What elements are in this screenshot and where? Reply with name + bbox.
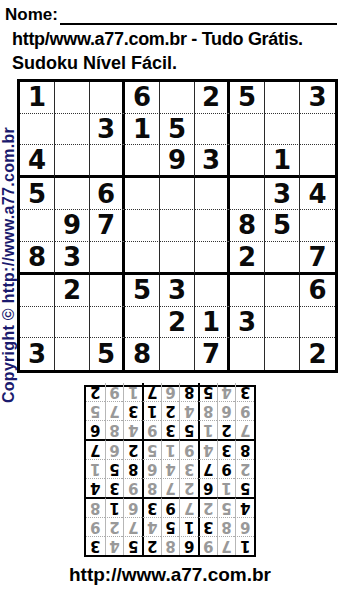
sudoku-grid: 162533154931563497858327253621335872 bbox=[17, 79, 338, 373]
solution-cell-r5c2: 9 bbox=[217, 459, 236, 478]
solution-cell-r6c8: 6 bbox=[105, 439, 124, 459]
solution-cell-r4c1: 5 bbox=[235, 478, 254, 497]
puzzle-cell-r7c9: 6 bbox=[300, 275, 335, 307]
puzzle-cell-r6c1: 8 bbox=[20, 242, 55, 275]
solution-cell-r6c4: 9 bbox=[179, 439, 198, 459]
solution-cell-r5c8: 5 bbox=[105, 459, 124, 478]
solution-cell-r5c9: 1 bbox=[86, 459, 105, 478]
solution-cell-r7c3: 1 bbox=[198, 420, 217, 439]
puzzle-cell-r8c8 bbox=[265, 307, 300, 339]
solution-cell-r7c1: 7 bbox=[235, 420, 254, 439]
puzzle-cell-r2c8 bbox=[265, 114, 300, 146]
puzzle-cell-r8c1 bbox=[20, 307, 55, 339]
puzzle-cell-r5c2: 9 bbox=[55, 210, 90, 242]
puzzle-cell-r5c8: 5 bbox=[265, 210, 300, 242]
site-title: http/www.a77.com.br - Tudo Grátis. bbox=[12, 29, 303, 50]
puzzle-cell-r5c4 bbox=[125, 210, 160, 242]
puzzle-cell-r1c6: 2 bbox=[195, 82, 230, 114]
solution-cell-r3c1: 4 bbox=[235, 497, 254, 517]
solution-cell-r2c7: 7 bbox=[123, 517, 142, 536]
solution-cell-r7c5: 3 bbox=[161, 420, 180, 439]
puzzle-cell-r7c2: 2 bbox=[55, 275, 90, 307]
puzzle-cell-r9c1: 3 bbox=[20, 338, 55, 370]
solution-cell-r5c1: 2 bbox=[235, 459, 254, 478]
puzzle-cell-r6c8 bbox=[265, 242, 300, 275]
solution-cell-r7c7: 4 bbox=[123, 420, 142, 439]
solution-cell-r2c6: 4 bbox=[142, 517, 161, 536]
puzzle-cell-r2c7 bbox=[230, 114, 265, 146]
solution-cell-r1c9: 3 bbox=[86, 536, 105, 555]
name-label: Nome: bbox=[5, 5, 58, 25]
puzzle-cell-r1c1: 1 bbox=[20, 82, 55, 114]
solution-cell-r9c4: 8 bbox=[179, 383, 198, 401]
puzzle-cell-r4c1: 5 bbox=[20, 178, 55, 210]
solution-cell-r8c9: 5 bbox=[86, 401, 105, 420]
solution-cell-r9c3: 5 bbox=[198, 383, 217, 401]
puzzle-cell-r1c3 bbox=[90, 82, 125, 114]
puzzle-cell-r6c9: 7 bbox=[300, 242, 335, 275]
puzzle-cell-r5c6 bbox=[195, 210, 230, 242]
solution-cell-r2c1: 6 bbox=[235, 517, 254, 536]
solution-cell-r7c6: 9 bbox=[142, 420, 161, 439]
puzzle-cell-r3c6: 3 bbox=[195, 145, 230, 178]
puzzle-cell-r8c7: 3 bbox=[230, 307, 265, 339]
solution-cell-r3c4: 7 bbox=[179, 497, 198, 517]
solution-cell-r4c9: 4 bbox=[86, 478, 105, 497]
puzzle-cell-r2c1 bbox=[20, 114, 55, 146]
name-row: Nome: bbox=[5, 5, 337, 25]
solution-cell-r1c5: 8 bbox=[161, 536, 180, 555]
puzzle-cell-r3c4 bbox=[125, 145, 160, 178]
solution-cell-r6c1: 8 bbox=[235, 439, 254, 459]
puzzle-cell-r4c7 bbox=[230, 178, 265, 210]
puzzle-cell-r3c1: 4 bbox=[20, 145, 55, 178]
solution-cell-r3c2: 5 bbox=[217, 497, 236, 517]
solution-cell-r6c3: 4 bbox=[198, 439, 217, 459]
puzzle-cell-r6c4 bbox=[125, 242, 160, 275]
solution-cell-r8c6: 1 bbox=[142, 401, 161, 420]
copyright-vertical-text: Copyright © http://www.a77.com.br bbox=[0, 127, 18, 403]
puzzle-cell-r4c9: 4 bbox=[300, 178, 335, 210]
puzzle-cell-r9c8 bbox=[265, 338, 300, 370]
puzzle-cell-r1c2 bbox=[55, 82, 90, 114]
puzzle-cell-r1c4: 6 bbox=[125, 82, 160, 114]
puzzle-cell-r2c9 bbox=[300, 114, 335, 146]
puzzle-cell-r2c3: 3 bbox=[90, 114, 125, 146]
puzzle-cell-r8c2 bbox=[55, 307, 90, 339]
solution-cell-r9c9: 2 bbox=[86, 383, 105, 401]
puzzle-cell-r6c2: 3 bbox=[55, 242, 90, 275]
puzzle-cell-r4c6 bbox=[195, 178, 230, 210]
solution-cell-r6c6: 5 bbox=[142, 439, 161, 459]
solution-cell-r3c9: 8 bbox=[86, 497, 105, 517]
name-blank-line bbox=[60, 7, 337, 25]
solution-cell-r3c5: 9 bbox=[161, 497, 180, 517]
footer-url: http://www.a77.com.br bbox=[0, 564, 340, 586]
puzzle-cell-r8c3 bbox=[90, 307, 125, 339]
puzzle-cell-r2c4: 1 bbox=[125, 114, 160, 146]
puzzle-cell-r7c7 bbox=[230, 275, 265, 307]
solution-cell-r4c6: 8 bbox=[142, 478, 161, 497]
puzzle-cell-r5c7: 8 bbox=[230, 210, 265, 242]
solution-cell-r9c5: 6 bbox=[161, 383, 180, 401]
solution-cell-r7c9: 6 bbox=[86, 420, 105, 439]
puzzle-cell-r6c5 bbox=[160, 242, 195, 275]
solution-cell-r5c6: 6 bbox=[142, 459, 161, 478]
puzzle-cell-r4c4 bbox=[125, 178, 160, 210]
solution-cell-r9c1: 3 bbox=[235, 383, 254, 401]
solution-cell-r5c3: 7 bbox=[198, 459, 217, 478]
solution-cell-r3c6: 3 bbox=[142, 497, 161, 517]
solution-cell-r2c9: 9 bbox=[86, 517, 105, 536]
solution-cell-r6c7: 2 bbox=[123, 439, 142, 459]
puzzle-cell-r5c9 bbox=[300, 210, 335, 242]
solution-cell-r1c6: 2 bbox=[142, 536, 161, 555]
solution-cell-r6c2: 3 bbox=[217, 439, 236, 459]
puzzle-cell-r3c2 bbox=[55, 145, 90, 178]
puzzle-cell-r1c9: 3 bbox=[300, 82, 335, 114]
solution-grid: 1796825436831547294527936185162789342973… bbox=[84, 385, 256, 557]
puzzle-cell-r7c5: 3 bbox=[160, 275, 195, 307]
solution-cell-r6c5: 1 bbox=[161, 439, 180, 459]
solution-cell-r4c5: 7 bbox=[161, 478, 180, 497]
solution-cell-r8c5: 2 bbox=[161, 401, 180, 420]
solution-cell-r8c4: 4 bbox=[179, 401, 198, 420]
solution-cell-r7c4: 5 bbox=[179, 420, 198, 439]
solution-cell-r5c4: 3 bbox=[179, 459, 198, 478]
puzzle-cell-r9c5 bbox=[160, 338, 195, 370]
puzzle-cell-r3c9 bbox=[300, 145, 335, 178]
solution-cell-r8c7: 3 bbox=[123, 401, 142, 420]
puzzle-cell-r1c5 bbox=[160, 82, 195, 114]
puzzle-cell-r4c8: 3 bbox=[265, 178, 300, 210]
puzzle-cell-r5c3: 7 bbox=[90, 210, 125, 242]
puzzle-cell-r2c5: 5 bbox=[160, 114, 195, 146]
solution-cell-r4c4: 2 bbox=[179, 478, 198, 497]
puzzle-cell-r1c8 bbox=[265, 82, 300, 114]
puzzle-cell-r6c6 bbox=[195, 242, 230, 275]
puzzle-cell-r4c3: 6 bbox=[90, 178, 125, 210]
puzzle-cell-r8c5: 2 bbox=[160, 307, 195, 339]
solution-cell-r9c7: 1 bbox=[123, 383, 142, 401]
puzzle-cell-r9c6: 7 bbox=[195, 338, 230, 370]
puzzle-cell-r9c2 bbox=[55, 338, 90, 370]
solution-cell-r2c3: 3 bbox=[198, 517, 217, 536]
puzzle-cell-r7c4: 5 bbox=[125, 275, 160, 307]
solution-cell-r8c3: 8 bbox=[198, 401, 217, 420]
puzzle-cell-r3c7 bbox=[230, 145, 265, 178]
solution-cell-r5c5: 4 bbox=[161, 459, 180, 478]
puzzle-cell-r6c3 bbox=[90, 242, 125, 275]
puzzle-cell-r3c8: 1 bbox=[265, 145, 300, 178]
solution-cell-r1c2: 7 bbox=[217, 536, 236, 555]
puzzle-cell-r3c5: 9 bbox=[160, 145, 195, 178]
solution-cell-r1c3: 9 bbox=[198, 536, 217, 555]
solution-cell-r2c2: 8 bbox=[217, 517, 236, 536]
solution-cell-r3c7: 6 bbox=[123, 497, 142, 517]
solution-cell-r2c4: 1 bbox=[179, 517, 198, 536]
puzzle-cell-r9c3: 5 bbox=[90, 338, 125, 370]
solution-cell-r3c3: 2 bbox=[198, 497, 217, 517]
puzzle-cell-r9c4: 8 bbox=[125, 338, 160, 370]
solution-cell-r4c7: 9 bbox=[123, 478, 142, 497]
solution-cell-r2c8: 2 bbox=[105, 517, 124, 536]
puzzle-cell-r7c3 bbox=[90, 275, 125, 307]
puzzle-cell-r8c4 bbox=[125, 307, 160, 339]
solution-cell-r9c2: 4 bbox=[217, 383, 236, 401]
puzzle-cell-r4c5 bbox=[160, 178, 195, 210]
puzzle-cell-r4c2 bbox=[55, 178, 90, 210]
solution-cell-r1c8: 4 bbox=[105, 536, 124, 555]
puzzle-cell-r8c9 bbox=[300, 307, 335, 339]
solution-cell-r3c8: 1 bbox=[105, 497, 124, 517]
solution-cell-r7c2: 2 bbox=[217, 420, 236, 439]
solution-cell-r4c2: 1 bbox=[217, 478, 236, 497]
solution-cell-r2c5: 5 bbox=[161, 517, 180, 536]
solution-cell-r1c7: 5 bbox=[123, 536, 142, 555]
puzzle-cell-r7c8 bbox=[265, 275, 300, 307]
solution-cell-r1c4: 6 bbox=[179, 536, 198, 555]
solution-cell-r4c8: 3 bbox=[105, 478, 124, 497]
puzzle-level-title: Sudoku Nível Fácil. bbox=[12, 53, 177, 74]
solution-cell-r5c7: 8 bbox=[123, 459, 142, 478]
puzzle-cell-r9c7 bbox=[230, 338, 265, 370]
solution-cell-r8c8: 7 bbox=[105, 401, 124, 420]
puzzle-cell-r3c3 bbox=[90, 145, 125, 178]
puzzle-cell-r6c7: 2 bbox=[230, 242, 265, 275]
puzzle-cell-r5c5 bbox=[160, 210, 195, 242]
puzzle-cell-r1c7: 5 bbox=[230, 82, 265, 114]
solution-cell-r9c8: 9 bbox=[105, 383, 124, 401]
solution-cell-r7c8: 8 bbox=[105, 420, 124, 439]
solution-cell-r8c1: 9 bbox=[235, 401, 254, 420]
solution-cell-r9c6: 7 bbox=[142, 383, 161, 401]
solution-cell-r4c3: 6 bbox=[198, 478, 217, 497]
puzzle-cell-r5c1 bbox=[20, 210, 55, 242]
puzzle-cell-r8c6: 1 bbox=[195, 307, 230, 339]
puzzle-cell-r2c6 bbox=[195, 114, 230, 146]
puzzle-cell-r7c6 bbox=[195, 275, 230, 307]
puzzle-cell-r7c1 bbox=[20, 275, 55, 307]
solution-cell-r6c9: 7 bbox=[86, 439, 105, 459]
solution-cell-r1c1: 1 bbox=[235, 536, 254, 555]
solution-cell-r8c2: 6 bbox=[217, 401, 236, 420]
puzzle-cell-r9c9: 2 bbox=[300, 338, 335, 370]
puzzle-cell-r2c2 bbox=[55, 114, 90, 146]
